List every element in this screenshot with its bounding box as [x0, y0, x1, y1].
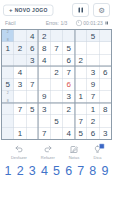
- number-pad: 123456789: [0, 164, 113, 178]
- cell-r8c2[interactable]: [14, 115, 26, 127]
- cell-r3c6[interactable]: 6: [63, 54, 75, 66]
- sudoku-app: + NOVO JOGO ⚙ Fácil Erros: 1/3 00:01:23 …: [0, 0, 113, 200]
- cell-value: 3: [30, 56, 34, 65]
- hint-badge: [99, 144, 105, 150]
- cell-r2c8[interactable]: [87, 42, 99, 54]
- cell-r3c9[interactable]: [99, 54, 111, 66]
- cell-r6c7[interactable]: 1: [75, 91, 87, 103]
- cell-r5c8[interactable]: 9: [87, 79, 99, 91]
- cell-notes: 28: [2, 30, 14, 42]
- cell-value: 6: [91, 129, 95, 138]
- cell-r7c9[interactable]: 8: [99, 103, 111, 115]
- cell-value: 2: [91, 116, 95, 125]
- cell-value: 1: [6, 43, 10, 52]
- cell-r8c1[interactable]: [2, 115, 14, 127]
- cell-value: 7: [30, 80, 34, 89]
- cell-r5c9[interactable]: [99, 79, 111, 91]
- cell-r4c8[interactable]: 3: [87, 67, 99, 79]
- cell-r6c3[interactable]: [26, 91, 38, 103]
- timer-pause-icon[interactable]: [105, 22, 108, 25]
- numpad-9[interactable]: 9: [101, 164, 108, 178]
- cell-value: 8: [42, 43, 46, 52]
- cell-value: 2: [54, 68, 58, 77]
- cell-r5c2[interactable]: 3: [14, 79, 26, 91]
- cell-r1c2[interactable]: [14, 30, 26, 42]
- numpad-3[interactable]: 3: [29, 164, 36, 178]
- cell-value: 3: [66, 92, 70, 101]
- cell-r1c6[interactable]: [63, 30, 75, 42]
- cell-value: 4: [66, 129, 70, 138]
- redo-label: Refazer: [41, 155, 55, 160]
- cell-value: 6: [30, 43, 34, 52]
- cell-r8c3[interactable]: [26, 115, 38, 127]
- cell-r5c3[interactable]: 7: [26, 79, 38, 91]
- cell-r7c2[interactable]: 7: [14, 103, 26, 115]
- cell-r3c5[interactable]: [51, 54, 63, 66]
- numpad-7[interactable]: 7: [77, 164, 84, 178]
- cell-r9c7[interactable]: 5: [75, 127, 87, 139]
- cell-r8c8[interactable]: 2: [87, 115, 99, 127]
- cell-r2c9[interactable]: [99, 42, 111, 54]
- cell-r9c6[interactable]: 4: [63, 127, 75, 139]
- cell-r9c4[interactable]: 7: [39, 127, 51, 139]
- cell-r1c4[interactable]: 2: [39, 30, 51, 42]
- cell-r7c3[interactable]: 5: [26, 103, 38, 115]
- pause-icon: [78, 8, 83, 13]
- cell-value: 2: [66, 104, 70, 113]
- notes-button[interactable]: Notas: [69, 145, 79, 160]
- cell-r1c1[interactable]: 28: [2, 30, 14, 42]
- cell-value: 8: [103, 104, 107, 113]
- undo-icon: [14, 145, 23, 154]
- top-bar: + NOVO JOGO ⚙: [0, 0, 113, 18]
- cell-value: 3: [18, 80, 22, 89]
- cell-r1c8[interactable]: 5: [87, 30, 99, 42]
- hint-button[interactable]: Dica: [93, 145, 102, 160]
- cell-r3c2[interactable]: [14, 54, 26, 66]
- cell-r6c4[interactable]: 9: [39, 91, 51, 103]
- cell-r4c9[interactable]: 6: [99, 67, 111, 79]
- gear-icon: ⚙: [98, 6, 105, 14]
- cell-r1c9[interactable]: [99, 30, 111, 42]
- cell-value: 2: [79, 56, 83, 65]
- cell-r6c9[interactable]: [99, 91, 111, 103]
- cell-r7c8[interactable]: 1: [87, 103, 99, 115]
- numpad-1[interactable]: 1: [5, 164, 12, 178]
- cell-r9c9[interactable]: 3: [99, 127, 111, 139]
- cell-value: 5: [30, 104, 34, 113]
- difficulty-label: Fácil: [5, 20, 39, 26]
- cell-r2c6[interactable]: 5: [63, 42, 75, 54]
- cell-r1c7[interactable]: [75, 30, 87, 42]
- cell-r7c6[interactable]: 2: [63, 103, 75, 115]
- cell-r4c5[interactable]: 2: [51, 67, 63, 79]
- numpad-8[interactable]: 8: [89, 164, 96, 178]
- cell-value: 5: [91, 31, 95, 40]
- cell-value: 7: [91, 92, 95, 101]
- cell-r7c5[interactable]: [51, 103, 63, 115]
- cell-r3c4[interactable]: 4: [39, 54, 51, 66]
- cell-r9c1[interactable]: [2, 127, 14, 139]
- cell-r4c7[interactable]: [75, 67, 87, 79]
- redo-button[interactable]: Refazer: [41, 145, 55, 160]
- cell-r2c4[interactable]: 8: [39, 42, 51, 54]
- cell-r8c5[interactable]: 5: [51, 115, 63, 127]
- cell-r7c7[interactable]: [75, 103, 87, 115]
- cell-r2c3[interactable]: 6: [26, 42, 38, 54]
- pencil-icon: [69, 145, 78, 154]
- cell-r6c5[interactable]: [51, 91, 63, 103]
- cell-r1c3[interactable]: 4: [26, 30, 38, 42]
- cell-r3c3[interactable]: 3: [26, 54, 38, 66]
- cell-value: 4: [18, 68, 22, 77]
- cell-value: 1: [91, 104, 95, 113]
- cell-r8c9[interactable]: [99, 115, 111, 127]
- sudoku-board[interactable]: 2842512687534624273653769289317753218572…: [1, 29, 112, 140]
- cell-value: 2: [18, 43, 22, 52]
- cell-value: 7: [79, 116, 83, 125]
- action-toolbar: Desfazer Refazer Notas Dica: [0, 145, 113, 160]
- cell-value: 6: [66, 56, 70, 65]
- cell-value: 2: [42, 31, 46, 40]
- cell-r9c2[interactable]: 1: [14, 127, 26, 139]
- cell-r9c5[interactable]: [51, 127, 63, 139]
- plus-icon: +: [9, 8, 13, 13]
- undo-label: Desfazer: [11, 155, 27, 160]
- cell-value: 7: [66, 68, 70, 77]
- cell-value: 3: [103, 129, 107, 138]
- cell-value: 9: [42, 92, 46, 101]
- cell-r5c6[interactable]: 6: [63, 79, 75, 91]
- cell-value: 5: [6, 80, 10, 89]
- board-wrap: 2842512687534624273653769289317753218572…: [1, 29, 112, 140]
- cell-value: 1: [79, 92, 83, 101]
- cell-r3c7[interactable]: 2: [75, 54, 87, 66]
- timer-value: 00:01:23: [83, 20, 102, 26]
- cell-value: 3: [91, 68, 95, 77]
- cell-value: 6: [66, 80, 70, 89]
- notes-label: Notas: [69, 155, 79, 160]
- cell-r4c1[interactable]: [2, 67, 14, 79]
- cell-r2c2[interactable]: 2: [14, 42, 26, 54]
- clock-icon: [76, 20, 82, 26]
- numpad-4[interactable]: 4: [41, 164, 48, 178]
- cell-r6c1[interactable]: 28: [2, 91, 14, 103]
- cell-r4c3[interactable]: [26, 67, 38, 79]
- cell-r6c8[interactable]: 7: [87, 91, 99, 103]
- cell-r1c5[interactable]: [51, 30, 63, 42]
- cell-r9c8[interactable]: 6: [87, 127, 99, 139]
- cell-r6c2[interactable]: [14, 91, 26, 103]
- cell-r9c3[interactable]: [26, 127, 38, 139]
- redo-icon: [43, 145, 52, 154]
- cell-r7c1[interactable]: [2, 103, 14, 115]
- cell-value: 5: [66, 43, 70, 52]
- cell-value: 5: [54, 116, 58, 125]
- cell-r8c4[interactable]: [39, 115, 51, 127]
- numpad-2[interactable]: 2: [17, 164, 24, 178]
- cell-r4c4[interactable]: [39, 67, 51, 79]
- cell-r5c7[interactable]: [75, 79, 87, 91]
- undo-button[interactable]: Desfazer: [11, 145, 27, 160]
- cell-r5c4[interactable]: [39, 79, 51, 91]
- pause-button[interactable]: [72, 3, 89, 17]
- cell-notes: 28: [2, 91, 14, 103]
- cell-r5c5[interactable]: [51, 79, 63, 91]
- cell-value: 4: [42, 56, 46, 65]
- cell-r2c5[interactable]: 7: [51, 42, 63, 54]
- cell-r3c1[interactable]: [2, 54, 14, 66]
- new-game-label: NOVO JOGO: [15, 7, 48, 13]
- new-game-button[interactable]: + NOVO JOGO: [3, 4, 54, 16]
- cell-r5c1[interactable]: 5: [2, 79, 14, 91]
- cell-value: 3: [42, 104, 46, 113]
- top-bar-right: ⚙: [72, 3, 110, 17]
- errors-counter: Erros: 1/3: [39, 20, 73, 26]
- cell-value: 7: [42, 129, 46, 138]
- cell-r4c2[interactable]: 4: [14, 67, 26, 79]
- timer-group: 00:01:23: [74, 20, 108, 26]
- cell-value: 7: [18, 104, 22, 113]
- cell-value: 1: [18, 129, 22, 138]
- cell-value: 9: [91, 80, 95, 89]
- cell-r4c6[interactable]: 7: [63, 67, 75, 79]
- cell-value: 7: [54, 43, 58, 52]
- numpad-6[interactable]: 6: [65, 164, 72, 178]
- cell-value: 4: [30, 31, 34, 40]
- cell-r3c8[interactable]: [87, 54, 99, 66]
- cell-value: 5: [79, 129, 83, 138]
- numpad-5[interactable]: 5: [53, 164, 60, 178]
- cell-r8c6[interactable]: [63, 115, 75, 127]
- cell-r8c7[interactable]: 7: [75, 115, 87, 127]
- cell-value: 6: [103, 68, 107, 77]
- cell-r6c6[interactable]: 3: [63, 91, 75, 103]
- hint-label: Dica: [94, 155, 102, 160]
- settings-button[interactable]: ⚙: [93, 3, 110, 17]
- status-row: Fácil Erros: 1/3 00:01:23: [0, 18, 113, 27]
- cell-r7c4[interactable]: 3: [39, 103, 51, 115]
- cell-r2c1[interactable]: 1: [2, 42, 14, 54]
- cell-r2c7[interactable]: [75, 42, 87, 54]
